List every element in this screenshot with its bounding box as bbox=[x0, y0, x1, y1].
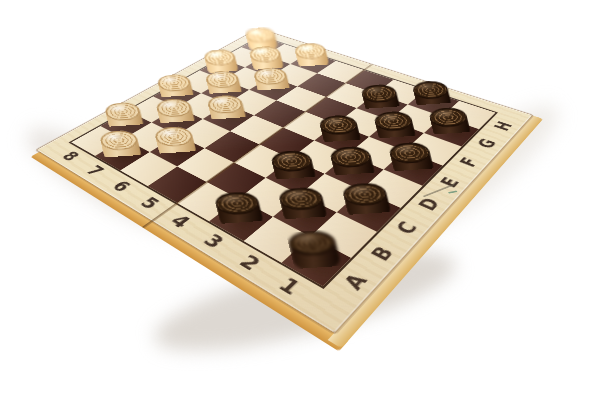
frame-scratch-mark bbox=[423, 184, 455, 197]
square-e5[interactable] bbox=[254, 100, 305, 127]
piece-dark-g1[interactable] bbox=[427, 106, 470, 132]
piece-light-a7[interactable] bbox=[98, 129, 141, 155]
square-a1[interactable] bbox=[282, 236, 351, 286]
piece-light-b8[interactable] bbox=[103, 101, 143, 125]
piece-dark-c3[interactable] bbox=[269, 149, 315, 177]
board-photo-scene: 87654321 ABCDEFGH bbox=[0, 0, 600, 399]
piece-light-d8[interactable] bbox=[156, 73, 193, 96]
piece-dark-f2[interactable] bbox=[373, 110, 416, 136]
piece-dark-g3[interactable] bbox=[360, 83, 400, 107]
piece-light-b6[interactable] bbox=[153, 126, 196, 152]
piece-light-f6[interactable] bbox=[252, 67, 289, 90]
piece-dark-a3[interactable] bbox=[213, 191, 262, 221]
piece-dark-e1[interactable] bbox=[387, 141, 433, 169]
piece-dark-h2[interactable] bbox=[411, 80, 451, 104]
frame-speck-mark bbox=[448, 191, 458, 194]
checkers-board: 87654321 ABCDEFGH bbox=[37, 29, 532, 333]
piece-light-c7[interactable] bbox=[155, 98, 195, 122]
piece-dark-d2[interactable] bbox=[328, 145, 374, 173]
board-perspective-wrap: 87654321 ABCDEFGH bbox=[37, 29, 532, 333]
piece-dark-a1[interactable] bbox=[286, 229, 340, 262]
piece-light-e7[interactable] bbox=[204, 70, 241, 93]
piece-dark-e3[interactable] bbox=[318, 114, 361, 140]
piece-dark-c1[interactable] bbox=[341, 182, 390, 212]
piece-light-h8[interactable] bbox=[244, 26, 277, 46]
piece-dark-b2[interactable] bbox=[277, 186, 326, 216]
piece-light-h6[interactable] bbox=[293, 42, 328, 63]
piece-light-g7[interactable] bbox=[248, 45, 283, 66]
board-grid bbox=[71, 36, 495, 286]
piece-light-d6[interactable] bbox=[206, 94, 246, 118]
piece-light-f8[interactable] bbox=[203, 49, 238, 70]
